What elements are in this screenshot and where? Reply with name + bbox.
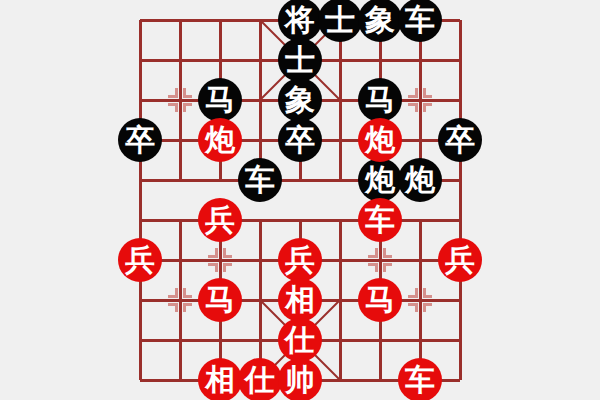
black-horse[interactable]: 马	[358, 78, 402, 122]
point-marker	[184, 104, 192, 112]
black-soldier[interactable]: 卒	[438, 118, 482, 162]
point-marker	[168, 88, 176, 96]
red-elephant[interactable]: 相	[198, 358, 242, 400]
red-advisor[interactable]: 仕	[278, 318, 322, 362]
red-chariot[interactable]: 车	[358, 198, 402, 242]
red-cannon[interactable]: 炮	[198, 118, 242, 162]
red-cannon[interactable]: 炮	[358, 118, 402, 162]
point-marker	[424, 88, 432, 96]
point-marker	[224, 248, 232, 256]
red-horse[interactable]: 马	[198, 278, 242, 322]
point-marker	[368, 264, 376, 272]
point-marker	[408, 304, 416, 312]
red-general[interactable]: 帅	[278, 358, 322, 400]
red-horse[interactable]: 马	[358, 278, 402, 322]
black-cannon[interactable]: 炮	[398, 158, 442, 202]
point-marker	[408, 88, 416, 96]
black-soldier[interactable]: 卒	[118, 118, 162, 162]
red-chariot[interactable]: 车	[398, 358, 442, 400]
point-marker	[224, 264, 232, 272]
point-marker	[368, 248, 376, 256]
black-chariot[interactable]: 车	[238, 158, 282, 202]
point-marker	[168, 304, 176, 312]
point-marker	[384, 264, 392, 272]
xiangqi-screenshot: 将士象车士马象马卒卒卒车炮炮炮炮兵车兵兵兵马相马仕相仕帅车	[0, 0, 600, 400]
black-soldier[interactable]: 卒	[278, 118, 322, 162]
point-marker	[408, 288, 416, 296]
black-chariot[interactable]: 车	[398, 0, 442, 42]
black-elephant[interactable]: 象	[278, 78, 322, 122]
point-marker	[384, 248, 392, 256]
point-marker	[184, 304, 192, 312]
red-soldier[interactable]: 兵	[118, 238, 162, 282]
black-advisor[interactable]: 士	[318, 0, 362, 42]
point-marker	[208, 248, 216, 256]
red-advisor[interactable]: 仕	[238, 358, 282, 400]
point-marker	[168, 288, 176, 296]
red-elephant[interactable]: 相	[278, 278, 322, 322]
red-soldier[interactable]: 兵	[438, 238, 482, 282]
point-marker	[208, 264, 216, 272]
point-marker	[184, 288, 192, 296]
black-horse[interactable]: 马	[198, 78, 242, 122]
black-general[interactable]: 将	[278, 0, 322, 42]
point-marker	[424, 304, 432, 312]
red-soldier[interactable]: 兵	[198, 198, 242, 242]
point-marker	[184, 88, 192, 96]
point-marker	[424, 288, 432, 296]
point-marker	[424, 104, 432, 112]
black-cannon[interactable]: 炮	[358, 158, 402, 202]
black-elephant[interactable]: 象	[358, 0, 402, 42]
xiangqi-board[interactable]: 将士象车士马象马卒卒卒车炮炮炮炮兵车兵兵兵马相马仕相仕帅车	[140, 20, 460, 380]
black-advisor[interactable]: 士	[278, 38, 322, 82]
red-soldier[interactable]: 兵	[278, 238, 322, 282]
point-marker	[168, 104, 176, 112]
point-marker	[408, 104, 416, 112]
